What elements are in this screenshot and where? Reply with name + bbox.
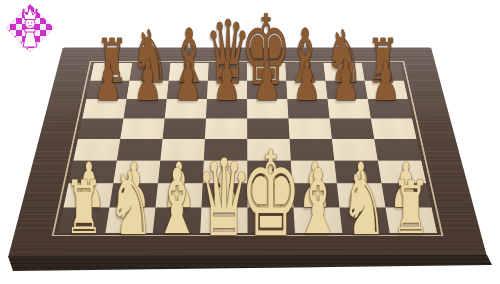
piece-black-pawn[interactable]: ♟	[213, 54, 241, 108]
pieces-layer: ♜♞♝♛♚♝♞♜♟♟♟♟♟♟♟♟♟♟♟♟♟♟♟♟♜♞♝♛♚♝♞♜	[0, 0, 500, 284]
piece-white-knight[interactable]: ♞	[341, 160, 387, 248]
piece-white-bishop[interactable]: ♝	[154, 158, 201, 248]
piece-white-knight[interactable]: ♞	[108, 160, 154, 248]
piece-white-king[interactable]: ♚	[240, 136, 301, 253]
piece-black-pawn[interactable]: ♟	[332, 54, 360, 108]
piece-white-rook[interactable]: ♜	[65, 171, 103, 244]
piece-white-bishop[interactable]: ♝	[294, 158, 341, 248]
piece-black-pawn[interactable]: ♟	[292, 54, 320, 108]
piece-black-pawn[interactable]: ♟	[372, 54, 400, 108]
piece-black-pawn[interactable]: ♟	[253, 54, 281, 108]
piece-white-rook[interactable]: ♜	[392, 171, 430, 244]
piece-black-pawn[interactable]: ♟	[173, 54, 201, 108]
piece-black-pawn[interactable]: ♟	[94, 54, 122, 108]
chess-board-photo: ♜♞♝♛♚♝♞♜♟♟♟♟♟♟♟♟♟♟♟♟♟♟♟♟♜♞♝♛♚♝♞♜	[0, 0, 500, 284]
piece-black-pawn[interactable]: ♟	[134, 54, 162, 108]
